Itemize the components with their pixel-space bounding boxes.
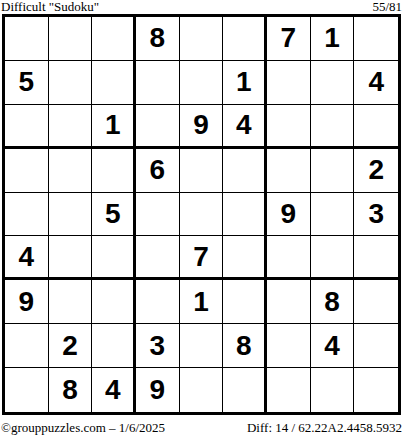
cell-r9c1[interactable] [5,368,49,412]
cell-r1c8: 1 [311,17,355,61]
cell-r5c9: 3 [354,193,398,237]
cell-r9c4: 9 [136,368,180,412]
cell-r8c5[interactable] [180,324,224,368]
cell-r6c5: 7 [180,236,224,280]
cell-r5c6[interactable] [223,193,267,237]
cell-r4c1[interactable] [5,149,49,193]
cell-r6c9[interactable] [354,236,398,280]
cell-r2c1: 5 [5,61,49,105]
header: Difficult "Sudoku" 55/81 [0,0,403,14]
cell-r4c2[interactable] [49,149,93,193]
cell-r3c1[interactable] [5,105,49,149]
cell-r9c8[interactable] [311,368,355,412]
sudoku-page: Difficult "Sudoku" 55/81 871514194625934… [0,0,403,437]
cell-r2c8[interactable] [311,61,355,105]
cell-r9c2: 8 [49,368,93,412]
sudoku-board: 87151419462593479182384849 [2,14,401,415]
cell-r9c6[interactable] [223,368,267,412]
cell-r2c9: 4 [354,61,398,105]
cell-r3c3: 1 [92,105,136,149]
cell-r9c7[interactable] [267,368,311,412]
cell-r6c7[interactable] [267,236,311,280]
cell-r1c7: 7 [267,17,311,61]
cell-r7c1: 9 [5,280,49,324]
copyright-date-text: ©grouppuzzles.com – 1/6/2025 [1,420,165,435]
cell-r1c6[interactable] [223,17,267,61]
cell-r2c3[interactable] [92,61,136,105]
cell-r8c4: 3 [136,324,180,368]
cell-r4c6[interactable] [223,149,267,193]
cell-r5c5[interactable] [180,193,224,237]
cell-r2c4[interactable] [136,61,180,105]
cell-r1c1[interactable] [5,17,49,61]
cell-r8c3[interactable] [92,324,136,368]
cell-r7c3[interactable] [92,280,136,324]
cell-r3c9[interactable] [354,105,398,149]
cell-r7c8: 8 [311,280,355,324]
cell-r9c3: 4 [92,368,136,412]
cell-r3c6: 4 [223,105,267,149]
cell-r8c8: 4 [311,324,355,368]
cell-r4c3[interactable] [92,149,136,193]
cell-r6c3[interactable] [92,236,136,280]
footer: ©grouppuzzles.com – 1/6/2025 Diff: 14 / … [0,420,403,435]
empty-cell-counter: 55/81 [372,0,402,13]
cell-r9c5[interactable] [180,368,224,412]
cell-r6c4[interactable] [136,236,180,280]
cell-r3c5: 9 [180,105,224,149]
cell-r2c7[interactable] [267,61,311,105]
cell-r4c4: 6 [136,149,180,193]
cell-r6c6[interactable] [223,236,267,280]
cell-r4c5[interactable] [180,149,224,193]
cell-r5c8[interactable] [311,193,355,237]
cell-r5c2[interactable] [49,193,93,237]
cell-r6c8[interactable] [311,236,355,280]
cell-r1c9[interactable] [354,17,398,61]
cell-r7c6[interactable] [223,280,267,324]
cell-r7c9[interactable] [354,280,398,324]
cell-r4c7[interactable] [267,149,311,193]
cell-r8c2: 2 [49,324,93,368]
cell-r2c6: 1 [223,61,267,105]
cell-r2c2[interactable] [49,61,93,105]
puzzle-title: Difficult "Sudoku" [1,0,99,13]
cell-r3c4[interactable] [136,105,180,149]
cell-r9c9[interactable] [354,368,398,412]
cell-r7c2[interactable] [49,280,93,324]
cell-r1c5[interactable] [180,17,224,61]
cell-r7c4[interactable] [136,280,180,324]
cell-r5c1[interactable] [5,193,49,237]
cell-r7c5: 1 [180,280,224,324]
cell-r5c4[interactable] [136,193,180,237]
cell-r4c8[interactable] [311,149,355,193]
cell-r8c9[interactable] [354,324,398,368]
cell-r5c7: 9 [267,193,311,237]
cell-r8c6: 8 [223,324,267,368]
difficulty-code-text: Diff: 14 / 62.22A2.4458.5932 [247,420,402,435]
cell-r2c5[interactable] [180,61,224,105]
cell-r7c7[interactable] [267,280,311,324]
cell-r1c4: 8 [136,17,180,61]
cell-r3c7[interactable] [267,105,311,149]
cell-r6c1: 4 [5,236,49,280]
cell-r3c8[interactable] [311,105,355,149]
cell-r6c2[interactable] [49,236,93,280]
cell-r3c2[interactable] [49,105,93,149]
cell-r8c7[interactable] [267,324,311,368]
cell-r4c9: 2 [354,149,398,193]
cell-r1c2[interactable] [49,17,93,61]
cell-r1c3[interactable] [92,17,136,61]
cell-r5c3: 5 [92,193,136,237]
cell-r8c1[interactable] [5,324,49,368]
